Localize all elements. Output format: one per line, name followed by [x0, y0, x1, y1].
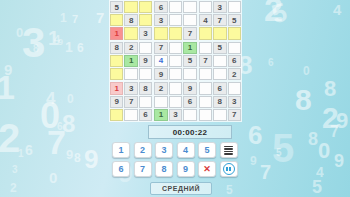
cell-r1c3[interactable]	[139, 1, 152, 13]
pause-icon	[223, 163, 235, 175]
cell-r4c2[interactable]: 2	[124, 42, 137, 54]
cell-r5c4[interactable]: 4	[154, 55, 167, 67]
bg-digit: 7	[260, 162, 271, 182]
cell-r2c4[interactable]: 3	[154, 14, 167, 26]
cell-r8c7[interactable]	[199, 96, 212, 108]
cell-r6c2[interactable]	[124, 68, 137, 80]
cell-r5c2[interactable]: 1	[124, 55, 137, 67]
numpad-9[interactable]: 9	[177, 161, 195, 177]
cell-r9c8[interactable]	[213, 109, 226, 121]
cell-r6c9[interactable]: 2	[228, 68, 241, 80]
bg-digit: 5	[312, 178, 322, 196]
cell-r8c3[interactable]	[139, 96, 152, 108]
bg-digit: 2	[264, 0, 283, 26]
cell-r8c1[interactable]: 9	[110, 96, 123, 108]
bg-digit: 9	[4, 62, 12, 77]
cell-r9c9[interactable]: 7	[228, 109, 241, 121]
cell-r6c7[interactable]	[199, 68, 212, 80]
bg-digit: 5	[226, 184, 233, 196]
bg-digit: 5	[272, 128, 294, 168]
bg-digit: 7	[47, 125, 66, 159]
cell-r5c9[interactable]: 6	[228, 55, 241, 67]
menu-button[interactable]	[220, 142, 238, 158]
bg-digit: 6	[25, 143, 33, 157]
numpad-3[interactable]: 3	[155, 142, 173, 158]
cell-r9c6[interactable]	[183, 109, 196, 121]
cell-r4c5[interactable]	[169, 42, 182, 54]
box-4: 8219	[110, 42, 152, 81]
numpad-5[interactable]: 5	[198, 142, 216, 158]
bg-digit: 0	[67, 93, 74, 105]
cell-r4c8[interactable]: 5	[213, 42, 226, 54]
cell-r2c5[interactable]	[169, 14, 182, 26]
bg-digit: 4	[316, 165, 324, 179]
bg-digit: 1	[65, 40, 73, 54]
cell-r3c8[interactable]	[213, 27, 226, 39]
bg-digit: 8	[74, 152, 81, 164]
box-9: 6837	[199, 82, 241, 121]
bg-digit: 7	[72, 14, 78, 25]
box-6: 5762	[199, 42, 241, 81]
cell-r3c2[interactable]	[124, 27, 137, 39]
cell-r3c9[interactable]	[228, 27, 241, 39]
cell-r6c4[interactable]: 9	[154, 68, 167, 80]
cell-r6c5[interactable]	[169, 68, 182, 80]
cell-r9c2[interactable]	[124, 109, 137, 121]
cell-r1c9[interactable]	[228, 1, 241, 13]
cell-r1c8[interactable]: 3	[213, 1, 226, 13]
cell-r5c6[interactable]: 5	[183, 55, 196, 67]
bg-digit: 9	[66, 148, 73, 161]
erase-button[interactable]: ✕	[198, 161, 216, 177]
bg-digit: 9	[84, 146, 98, 172]
bg-digit: 9	[250, 155, 257, 167]
cell-r4c9[interactable]	[228, 42, 241, 54]
box-2: 637	[154, 1, 196, 40]
cell-r3c1[interactable]: 1	[110, 27, 123, 39]
bg-digit: 4	[46, 90, 55, 107]
cell-r7c1[interactable]: 1	[110, 82, 123, 94]
bg-digit: 0	[40, 98, 60, 134]
cell-r4c6[interactable]: 1	[183, 42, 196, 54]
numpad-7[interactable]: 7	[134, 161, 152, 177]
bg-digit: 2	[322, 103, 339, 133]
bg-digit: 0	[303, 65, 310, 77]
cell-r9c4[interactable]: 1	[154, 109, 167, 121]
bg-digit: 7	[330, 124, 339, 140]
cell-r3c3[interactable]: 3	[139, 27, 152, 39]
bg-digit: 6	[77, 42, 84, 54]
cell-r2c6[interactable]	[183, 14, 196, 26]
erase-icon: ✕	[203, 164, 211, 174]
cell-r5c7[interactable]: 7	[199, 55, 212, 67]
sudoku-board: 581363734758219714595762138976296136837	[109, 0, 242, 122]
cell-r1c6[interactable]	[183, 1, 196, 13]
cell-r5c3[interactable]: 9	[139, 55, 152, 67]
cell-r7c3[interactable]: 8	[139, 82, 152, 94]
bg-digit: 7	[96, 10, 104, 25]
numpad-2[interactable]: 2	[134, 142, 152, 158]
numpad-6[interactable]: 6	[112, 161, 130, 177]
box-3: 3475	[199, 1, 241, 40]
cell-r7c8[interactable]: 6	[213, 82, 226, 94]
cell-r1c4[interactable]: 6	[154, 1, 167, 13]
bg-digit: 0	[318, 140, 330, 162]
cell-r2c9[interactable]: 5	[228, 14, 241, 26]
cell-r6c3[interactable]	[139, 68, 152, 80]
box-5: 71459	[154, 42, 196, 81]
bg-digit: 8	[324, 78, 336, 100]
cell-r1c1[interactable]: 5	[110, 1, 123, 13]
bg-digit: 1	[0, 70, 15, 104]
cell-r6c1[interactable]	[110, 68, 123, 80]
cell-r6c8[interactable]	[213, 68, 226, 80]
numpad-4[interactable]: 4	[177, 142, 195, 158]
cell-r1c7[interactable]	[199, 1, 212, 13]
bg-digit: 4	[333, 2, 341, 17]
cell-r3c4[interactable]	[154, 27, 167, 39]
cell-r7c7[interactable]	[199, 82, 212, 94]
cell-r5c1[interactable]	[110, 55, 123, 67]
bg-digit: 9	[334, 152, 344, 170]
box-7: 138976	[110, 82, 152, 121]
bg-digit: 4	[54, 34, 60, 45]
bg-digit: 1	[48, 28, 59, 48]
cell-r8c2[interactable]: 7	[124, 96, 137, 108]
cell-r3c5[interactable]	[169, 27, 182, 39]
cell-r9c1[interactable]	[110, 109, 123, 121]
cell-r4c1[interactable]: 8	[110, 42, 123, 54]
numpad-8[interactable]: 8	[155, 161, 173, 177]
cell-r7c6[interactable]: 9	[183, 82, 196, 94]
cell-r8c5[interactable]	[169, 96, 182, 108]
cell-r7c5[interactable]	[169, 82, 182, 94]
cell-r1c2[interactable]	[124, 1, 137, 13]
bg-digit: 1	[60, 12, 67, 24]
bg-digit: 5	[269, 0, 290, 27]
cell-r9c7[interactable]	[199, 109, 212, 121]
cell-r9c5[interactable]: 3	[169, 109, 182, 121]
cell-r3c7[interactable]	[199, 27, 212, 39]
bg-digit: 6	[248, 122, 262, 148]
cell-r2c7[interactable]: 4	[199, 14, 212, 26]
bg-digit: 8	[295, 85, 312, 115]
numpad-1[interactable]: 1	[112, 142, 130, 158]
bg-digit: 9	[58, 38, 63, 47]
bg-digit: 8	[33, 44, 39, 54]
bg-digit: 5	[276, 148, 282, 158]
menu-icon	[224, 146, 233, 155]
bg-digit: 3	[12, 165, 18, 175]
cell-r6c6[interactable]	[183, 68, 196, 80]
cell-r8c9[interactable]: 3	[228, 96, 241, 108]
cell-r5c8[interactable]	[213, 55, 226, 67]
box-8: 29613	[154, 82, 196, 121]
cell-r4c3[interactable]	[139, 42, 152, 54]
cell-r3c6[interactable]: 7	[183, 27, 196, 39]
bg-digit: 3	[22, 22, 45, 64]
cell-r7c9[interactable]	[228, 82, 241, 94]
bg-digit: 9	[336, 110, 348, 132]
bg-digit: 1	[18, 149, 24, 159]
bg-digit: 0	[16, 26, 23, 39]
cell-r8c8[interactable]: 8	[213, 96, 226, 108]
cell-r7c2[interactable]: 3	[124, 82, 137, 94]
cell-r2c2[interactable]: 8	[124, 14, 137, 26]
cell-r1c5[interactable]	[169, 1, 182, 13]
bg-digit: 0	[49, 170, 57, 185]
cell-r2c3[interactable]	[139, 14, 152, 26]
cell-r4c4[interactable]: 7	[154, 42, 167, 54]
box-1: 5813	[110, 1, 152, 40]
bg-digit: 2	[0, 118, 20, 158]
bg-digit: 8	[308, 130, 318, 148]
cell-r9c3[interactable]: 6	[139, 109, 152, 121]
difficulty-button[interactable]: СРЕДНИЙ	[150, 182, 212, 195]
cell-r2c1[interactable]	[110, 14, 123, 26]
cell-r7c4[interactable]: 2	[154, 82, 167, 94]
cell-r2c8[interactable]: 7	[213, 14, 226, 26]
cell-r4c7[interactable]	[199, 42, 212, 54]
bg-digit: 6	[57, 122, 63, 132]
cell-r8c6[interactable]: 6	[183, 96, 196, 108]
number-pad: 123456789✕	[112, 142, 238, 177]
cell-r5c5[interactable]	[169, 55, 182, 67]
timer: 00:00:22	[148, 125, 232, 139]
cell-r8c4[interactable]	[154, 96, 167, 108]
sudoku-app: 7173081496191400862761989302925486088279…	[0, 0, 350, 197]
pause-button[interactable]	[220, 161, 238, 177]
bg-digit: 6	[268, 58, 274, 68]
bg-digit: 2	[10, 182, 17, 194]
bg-digit: 8	[62, 112, 75, 136]
